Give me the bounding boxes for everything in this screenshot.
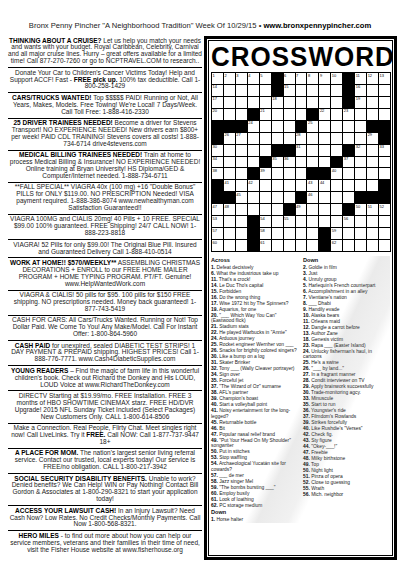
clue-down-55: 55. Wrath: [303, 486, 390, 492]
grid-cell[interactable]: 18: [272, 97, 283, 108]
grid-cell[interactable]: [367, 216, 378, 227]
grid-cell[interactable]: [319, 192, 330, 203]
clue-down-39: 39. Strikes forcefully: [303, 420, 390, 426]
grid-cell[interactable]: [331, 121, 342, 132]
grid-cell[interactable]: [236, 240, 247, 251]
grid-cell[interactable]: [224, 216, 235, 227]
down-clues-column: Down 2. Goldie in film3. Just4. Unruly g…: [303, 256, 390, 523]
grid-cell[interactable]: 40: [331, 168, 342, 179]
clue-down-29: 29. Apply brainwork successfully: [303, 384, 390, 390]
grid-cell[interactable]: 48: [224, 204, 235, 215]
grid-cell[interactable]: 20: [212, 109, 223, 120]
cell-number: 28: [296, 132, 300, 137]
grid-cell[interactable]: 9: [319, 73, 330, 84]
classified-ad: Donate Your Car to Children's Cancer Vic…: [8, 67, 202, 92]
grid-cell[interactable]: [319, 157, 330, 168]
grid-cell[interactable]: [331, 85, 342, 96]
clue-across-54: 54. Archaeological Yucatán site for cowa…: [211, 461, 298, 472]
grid-cell[interactable]: [272, 240, 283, 251]
grid-cell[interactable]: [224, 97, 235, 108]
down-header: Down: [303, 258, 390, 264]
clue-across-53: 53. Stop waffling: [211, 455, 298, 461]
grid-cell[interactable]: [236, 204, 247, 215]
grid-cell[interactable]: [284, 180, 295, 191]
grid-cell[interactable]: [272, 192, 283, 203]
grid-cell[interactable]: 37: [343, 157, 354, 168]
classified-ad: HERO MILES - to find out more about how …: [8, 530, 202, 555]
grid-cell[interactable]: [296, 216, 307, 227]
cell-number: 5: [260, 73, 262, 78]
grid-cell[interactable]: [343, 228, 354, 239]
grid-cell[interactable]: [224, 145, 235, 156]
grid-cell[interactable]: [248, 85, 259, 96]
grid-cell[interactable]: 23: [343, 109, 354, 120]
grid-cell[interactable]: [331, 145, 342, 156]
grid-cell[interactable]: [284, 168, 295, 179]
grid-cell[interactable]: [379, 97, 390, 108]
grid-cell[interactable]: [307, 145, 318, 156]
grid-cell[interactable]: [367, 180, 378, 191]
masthead-line: Bronx Penny Pincher "A Neighborhood Trad…: [0, 22, 400, 30]
clue-across-31: 31. Skater Brinker: [211, 360, 298, 366]
grid-cell[interactable]: [284, 97, 295, 108]
grid-cell[interactable]: [307, 228, 318, 239]
clue-across-16: 16. Do the wrong thing: [211, 295, 298, 301]
cell-number: 21: [260, 108, 264, 113]
grid-cell[interactable]: 22: [319, 109, 330, 120]
clue-down-9: 9. Handily evade: [303, 307, 390, 313]
grid-cell[interactable]: 39: [260, 168, 271, 179]
grid-cell[interactable]: [248, 97, 259, 108]
grid-cell-black: [248, 240, 259, 251]
grid-cell[interactable]: [331, 192, 342, 203]
clue-down-35: 35. Start to run: [303, 402, 390, 408]
grid-cell[interactable]: [296, 97, 307, 108]
grid-cell[interactable]: [296, 85, 307, 96]
across-list: 1. Defeat decisively6. What the industri…: [211, 265, 298, 509]
clue-across-20: 20. "___ Which Way You Can" (Eastwood fl…: [211, 313, 298, 324]
cell-number: 18: [272, 96, 276, 101]
grid-cell[interactable]: [331, 109, 342, 120]
grid-cell[interactable]: 45: [236, 192, 247, 203]
cell-number: 55: [284, 216, 288, 221]
grid-cell[interactable]: [319, 145, 330, 156]
grid-cell[interactable]: [379, 109, 390, 120]
grid-cell[interactable]: [272, 133, 283, 144]
cell-number: 29: [368, 132, 372, 137]
grid-cell-black: [343, 97, 354, 108]
clue-down-2: 2. Goldie in film: [303, 265, 390, 271]
grid-cell[interactable]: 56: [343, 216, 354, 227]
grid-cell-black: [248, 228, 259, 239]
clue-down-12: 12. Dangle a carrot before: [303, 325, 390, 331]
grid-cell[interactable]: [296, 240, 307, 251]
grid-cell[interactable]: [224, 168, 235, 179]
grid-cell-black: [307, 168, 318, 179]
clue-down-10: 10. Alaska bears: [303, 313, 390, 319]
clue-down-5: 5. Harlequin's French counterpart: [303, 283, 390, 289]
grid-cell[interactable]: [343, 168, 354, 179]
grid-cell[interactable]: [307, 97, 318, 108]
grid-cell[interactable]: [355, 228, 366, 239]
grid-cell[interactable]: [319, 85, 330, 96]
grid-cell[interactable]: [284, 228, 295, 239]
grid-cell[interactable]: [296, 109, 307, 120]
grid-cell[interactable]: 61: [260, 240, 271, 251]
clue-across-26: 26. Snacks for brightly colored singers?: [211, 348, 298, 354]
grid-cell-black: [331, 157, 342, 168]
grid-cell[interactable]: 30: [212, 145, 223, 156]
grid-cell[interactable]: [379, 216, 390, 227]
grid-cell[interactable]: 36: [284, 157, 295, 168]
classified-ad: Make a Connection. Real People, Flirty C…: [8, 423, 202, 448]
grid-cell[interactable]: [272, 109, 283, 120]
clue-across-21: 21. Stadium stats: [211, 324, 298, 330]
grid-cell[interactable]: [260, 204, 271, 215]
grid-cell[interactable]: [307, 216, 318, 227]
crossword-title: CROSSWORD: [211, 43, 390, 72]
grid-cell[interactable]: [331, 97, 342, 108]
grid-cell[interactable]: [319, 97, 330, 108]
grid-cell[interactable]: [236, 157, 247, 168]
clue-across-46: 46. Bit: [211, 426, 298, 432]
classified-ad: THINKING ABOUT A CRUISE? Let us help you…: [8, 36, 202, 67]
grid-cell[interactable]: 6: [284, 73, 295, 84]
grid-cell[interactable]: [343, 192, 354, 203]
grid-cell[interactable]: [236, 109, 247, 120]
grid-cell-black: [212, 133, 223, 144]
classifieds-column: THINKING ABOUT A CRUISE? Let us help you…: [8, 36, 202, 556]
grid-cell[interactable]: [307, 157, 318, 168]
newspaper-page: Bronx Penny Pincher "A Neighborhood Trad…: [0, 0, 400, 573]
clue-across-25: 25. Rocket engineer Wernher von ___: [211, 342, 298, 348]
grid-cell[interactable]: 32: [355, 145, 366, 156]
grid-cell[interactable]: [272, 216, 283, 227]
classified-ad: ACCESS YOUR LAWSUIT CASH! In an Injury L…: [8, 505, 202, 530]
grid-cell[interactable]: 51: [367, 204, 378, 215]
grid-cell[interactable]: [236, 216, 247, 227]
cell-number: 20: [213, 108, 217, 113]
grid-cell[interactable]: 49: [296, 204, 307, 215]
grid-cell[interactable]: [260, 133, 271, 144]
grid-cell[interactable]: 16: [355, 85, 366, 96]
grid-cell[interactable]: 5: [260, 73, 271, 84]
grid-cell[interactable]: [248, 145, 259, 156]
clue-across-15: 15. Forbidden: [211, 289, 298, 295]
grid-cell[interactable]: [343, 180, 354, 191]
cell-number: 56: [344, 216, 348, 221]
grid-cell[interactable]: 1: [212, 73, 223, 84]
grid-cell[interactable]: 28: [296, 133, 307, 144]
grid-cell-black: [224, 121, 235, 132]
classified-ad: CASH PAID for unexpired, sealed DIABETIC…: [8, 340, 202, 365]
grid-cell[interactable]: [224, 85, 235, 96]
down-list-right: 2. Goldie in film3. Just4. Unruly group5…: [303, 265, 390, 498]
classified-ad: A PLACE FOR MOM. The nation's largest se…: [8, 448, 202, 473]
grid-cell[interactable]: 27: [236, 133, 247, 144]
grid-cell[interactable]: 13: [379, 73, 390, 84]
grid-cell[interactable]: 17: [212, 97, 223, 108]
grid-cell[interactable]: [272, 168, 283, 179]
grid-cell[interactable]: [307, 85, 318, 96]
grid-cell[interactable]: 57: [212, 228, 223, 239]
grid-cell[interactable]: [319, 133, 330, 144]
clue-across-58: 58. Jazz singer Mel: [211, 479, 298, 485]
grid-cell[interactable]: [355, 180, 366, 191]
grid-cell[interactable]: 21: [260, 109, 271, 120]
grid-cell[interactable]: [248, 133, 259, 144]
grid-cell[interactable]: [272, 228, 283, 239]
grid-cell[interactable]: 52: [379, 204, 390, 215]
grid-cell[interactable]: [331, 133, 342, 144]
grid-cell[interactable]: 47: [212, 204, 223, 215]
grid-cell-black: [284, 145, 295, 156]
grid-cell[interactable]: [379, 85, 390, 96]
grid-cell-black: [343, 73, 354, 84]
grid-cell[interactable]: [236, 168, 247, 179]
grid-cell[interactable]: [260, 192, 271, 203]
grid-cell[interactable]: 60: [212, 240, 223, 251]
clue-across-57: 57. ___ de mer: [211, 473, 298, 479]
grid-cell[interactable]: [343, 133, 354, 144]
grid-cell[interactable]: [355, 109, 366, 120]
grid-cell[interactable]: [379, 168, 390, 179]
grid-cell[interactable]: 43: [307, 180, 318, 191]
grid-cell[interactable]: 55: [284, 216, 295, 227]
grid-cell[interactable]: [260, 180, 271, 191]
cell-number: 3: [236, 73, 238, 78]
grid-cell[interactable]: [355, 240, 366, 251]
grid-cell[interactable]: [236, 97, 247, 108]
grid-cell[interactable]: [319, 216, 330, 227]
grid-cell[interactable]: [224, 240, 235, 251]
grid-cell[interactable]: [331, 204, 342, 215]
cell-number: 45: [236, 192, 240, 197]
grid-cell[interactable]: [319, 204, 330, 215]
grid-cell[interactable]: [248, 157, 259, 168]
grid-cell[interactable]: [355, 168, 366, 179]
clue-down-30: 30. Trade-monitoring agcy.: [303, 390, 390, 396]
classified-ad: VIAGRA 100MG and CIALIS 20mg! 40 Pills +…: [8, 214, 202, 239]
grid-cell[interactable]: 12: [367, 73, 378, 84]
cell-number: 47: [213, 204, 217, 209]
grid-cell[interactable]: [367, 85, 378, 96]
grid-cell[interactable]: [284, 240, 295, 251]
grid-cell[interactable]: 11: [355, 73, 366, 84]
clue-across-61: 61. Look of loathing: [211, 497, 298, 503]
clue-across-22: 22. He played Warbucks in "Annie": [211, 330, 298, 336]
grid-cell[interactable]: [224, 157, 235, 168]
classified-ad: DIRECTV Starting at $19.99/mo. FREE Inst…: [8, 390, 202, 422]
grid-cell-black: [248, 168, 259, 179]
grid-cell[interactable]: [236, 180, 247, 191]
grid-cell[interactable]: [355, 121, 366, 132]
classified-ad: **FALL SPECIAL** VIAGRA 40x (100 mg) +16…: [8, 182, 202, 214]
cell-number: 49: [296, 204, 300, 209]
grid-cell[interactable]: 62: [331, 240, 342, 251]
grid-cell[interactable]: 19: [355, 97, 366, 108]
grid-cell[interactable]: [367, 240, 378, 251]
grid-cell[interactable]: 4: [248, 73, 259, 84]
grid-cell[interactable]: [224, 109, 235, 120]
cell-number: 1: [213, 73, 215, 78]
grid-cell[interactable]: 53: [212, 216, 223, 227]
cell-number: 9: [320, 73, 322, 78]
clue-across-59: 59. "The bombs bursting ___": [211, 485, 298, 491]
clue-across-62: 62. PC storage medium: [211, 503, 298, 509]
grid-cell[interactable]: [307, 133, 318, 144]
grid-cell[interactable]: [260, 97, 271, 108]
grid-cell[interactable]: 2: [224, 73, 235, 84]
grid-cell[interactable]: [272, 121, 283, 132]
clue-across-35: 35. Forceful jet: [211, 378, 298, 384]
cell-number: 36: [284, 156, 288, 161]
cell-number: 4: [248, 73, 250, 78]
grid-cell[interactable]: 29: [367, 133, 378, 144]
grid-cell[interactable]: [272, 204, 283, 215]
grid-cell[interactable]: [260, 145, 271, 156]
grid-cell[interactable]: [331, 180, 342, 191]
crossword-panel: CROSSWORD 123456789101112131415161718192…: [204, 36, 397, 560]
cell-number: 54: [260, 216, 264, 221]
grid-cell[interactable]: [355, 133, 366, 144]
grid-cell-black: [272, 85, 283, 96]
crossword-grid: 1234567891011121314151617181920212223242…: [211, 72, 391, 252]
grid-cell[interactable]: [379, 157, 390, 168]
grid-cell[interactable]: [260, 121, 271, 132]
grid-cell[interactable]: [367, 145, 378, 156]
grid-cell[interactable]: [236, 228, 247, 239]
grid-cell[interactable]: [379, 240, 390, 251]
grid-cell-black: [284, 204, 295, 215]
grid-cell[interactable]: 33: [379, 145, 390, 156]
grid-cell[interactable]: [343, 240, 354, 251]
grid-cell[interactable]: 15: [284, 85, 295, 96]
grid-cell[interactable]: 31: [296, 145, 307, 156]
classified-ad: SOCIAL SECURITY DISABILITY BENEFITS. Una…: [8, 473, 202, 505]
clue-across-24: 24. Arduous journey: [211, 336, 298, 342]
grid-cell-black: [248, 216, 259, 227]
grid-cell[interactable]: 14: [212, 85, 223, 96]
cell-number: 25: [308, 120, 312, 125]
down-list-left: 1. Horse halter: [211, 517, 298, 523]
grid-cell[interactable]: [296, 228, 307, 239]
across-clues-column: Across 1. Defeat decisively6. What the i…: [211, 256, 298, 523]
cell-number: 39: [260, 168, 264, 173]
grid-cell[interactable]: 10: [331, 73, 342, 84]
clue-across-17: 17. Wise 1972 hit by The Spinners?: [211, 301, 298, 307]
grid-cell-black: [212, 121, 223, 132]
grid-cell[interactable]: [260, 85, 271, 96]
grid-cell[interactable]: 38: [212, 168, 223, 179]
grid-cell[interactable]: 58: [260, 228, 271, 239]
grid-cell[interactable]: 3: [236, 73, 247, 84]
grid-cell[interactable]: [296, 157, 307, 168]
grid-cell[interactable]: [296, 168, 307, 179]
grid-cell-black: [367, 121, 378, 132]
grid-cell[interactable]: [331, 216, 342, 227]
grid-cell[interactable]: [355, 216, 366, 227]
clue-down-8: 8. ___ Dhabi: [303, 301, 390, 307]
grid-cell[interactable]: 59: [331, 228, 342, 239]
clue-across-47: 47. Popular nasal relief brand: [211, 432, 298, 438]
grid-cell[interactable]: [307, 204, 318, 215]
grid-cell[interactable]: 42: [248, 180, 259, 191]
grid-cell[interactable]: [367, 157, 378, 168]
cell-number: 62: [332, 240, 336, 245]
grid-cell-black: [296, 192, 307, 203]
grid-cell[interactable]: [307, 240, 318, 251]
grid-cell[interactable]: [367, 109, 378, 120]
grid-cell[interactable]: 44: [319, 180, 330, 191]
cell-number: 57: [213, 228, 217, 233]
grid-cell[interactable]: 25: [307, 121, 318, 132]
cell-number: 34: [213, 156, 217, 161]
grid-cell[interactable]: 8: [307, 73, 318, 84]
clue-down-36: 36. Youngster's ride: [303, 408, 390, 414]
grid-cell[interactable]: 46: [307, 192, 318, 203]
grid-cell[interactable]: [367, 97, 378, 108]
grid-cell[interactable]: 26: [224, 133, 235, 144]
grid-cell[interactable]: [343, 121, 354, 132]
grid-cell[interactable]: [355, 157, 366, 168]
cell-number: 16: [356, 84, 360, 89]
clue-across-39: 39. Champion's boast: [211, 396, 298, 402]
cell-number: 7: [296, 73, 298, 78]
cell-number: 60: [213, 240, 217, 245]
grid-cell[interactable]: [367, 168, 378, 179]
grid-cell-black: [319, 228, 330, 239]
grid-cell[interactable]: 41: [224, 180, 235, 191]
grid-cell[interactable]: [284, 109, 295, 120]
grid-cell-black: [319, 168, 330, 179]
grid-cell-black: [379, 192, 390, 203]
grid-cell[interactable]: 50: [355, 204, 366, 215]
grid-cell[interactable]: [379, 228, 390, 239]
grid-cell[interactable]: 24: [248, 121, 259, 132]
grid-cell[interactable]: 35: [272, 157, 283, 168]
grid-cell[interactable]: 7: [296, 73, 307, 84]
grid-cell[interactable]: 54: [260, 216, 271, 227]
grid-cell-black: [343, 145, 354, 156]
clue-down-6: 6. Accomplishment in an alley: [303, 289, 390, 295]
grid-cell-black: [296, 121, 307, 132]
down-header-left: Down: [211, 510, 298, 516]
grid-cell[interactable]: [284, 192, 295, 203]
grid-cell[interactable]: [284, 121, 295, 132]
clue-down-43: 43. Sty figure: [303, 438, 390, 444]
grid-cell[interactable]: [296, 180, 307, 191]
grid-cell[interactable]: [367, 228, 378, 239]
grid-cell[interactable]: [224, 228, 235, 239]
grid-cell[interactable]: [284, 133, 295, 144]
grid-cell[interactable]: [248, 192, 259, 203]
grid-cell[interactable]: [272, 180, 283, 191]
classified-ad: VIAGRA! 52 Pills for only $99.00! The Or…: [8, 239, 202, 257]
grid-cell[interactable]: [248, 204, 259, 215]
cell-number: 22: [320, 108, 324, 113]
cell-number: 41: [224, 180, 228, 185]
classified-ad: YOUNG READERS – Find the magic of farm l…: [8, 365, 202, 390]
grid-cell[interactable]: 34: [212, 157, 223, 168]
grid-cell[interactable]: [236, 145, 247, 156]
grid-cell[interactable]: [236, 85, 247, 96]
cell-number: 30: [213, 144, 217, 149]
cell-number: 27: [236, 132, 240, 137]
clue-across-1: 1. Defeat decisively: [211, 265, 298, 271]
grid-cell[interactable]: [319, 121, 330, 132]
cell-number: 52: [380, 204, 384, 209]
